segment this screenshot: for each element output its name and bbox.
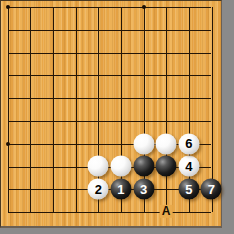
move-number: 4	[185, 159, 192, 173]
move-number: 5	[185, 182, 192, 196]
stone-white-O2[interactable]: 2	[88, 179, 109, 200]
stone-white-P3[interactable]	[110, 156, 131, 177]
grid-line-horizontal	[8, 212, 212, 213]
point-label-R1[interactable]: A	[160, 205, 173, 218]
star-point-K10	[6, 5, 10, 9]
stone-black-T2[interactable]: 7	[201, 179, 222, 200]
grid-line-horizontal	[8, 98, 212, 99]
go-board[interactable]: 1234567A	[0, 0, 222, 228]
stone-white-Q4[interactable]	[133, 133, 154, 154]
grid-line-vertical	[8, 7, 9, 212]
grid-line-horizontal	[8, 53, 212, 54]
stone-black-P2[interactable]: 1	[110, 179, 131, 200]
grid-line-horizontal	[8, 121, 212, 122]
grid-line-vertical	[166, 7, 167, 212]
move-number: 3	[140, 182, 147, 196]
move-number: 7	[208, 182, 215, 196]
grid-line-horizontal	[8, 30, 212, 31]
stone-white-R4[interactable]	[156, 133, 177, 154]
stone-black-Q3[interactable]	[133, 156, 154, 177]
stone-white-S4[interactable]: 6	[178, 133, 199, 154]
stone-black-R3[interactable]	[156, 156, 177, 177]
move-number: 2	[95, 182, 102, 196]
grid-line-vertical	[30, 7, 31, 212]
stone-black-S2[interactable]: 5	[178, 179, 199, 200]
grid-line-horizontal	[8, 7, 212, 8]
grid-line-vertical	[76, 7, 77, 212]
move-number: 6	[185, 137, 192, 151]
stone-white-O3[interactable]	[88, 156, 109, 177]
stone-white-S3[interactable]: 4	[178, 156, 199, 177]
stone-black-Q2[interactable]: 3	[133, 179, 154, 200]
star-point-K4	[6, 142, 10, 146]
star-point-Q10	[142, 5, 146, 9]
grid-line-horizontal	[8, 75, 212, 76]
grid-line-vertical	[53, 7, 54, 212]
move-number: 1	[117, 182, 124, 196]
go-diagram-screenshot: 1234567A	[0, 0, 234, 234]
